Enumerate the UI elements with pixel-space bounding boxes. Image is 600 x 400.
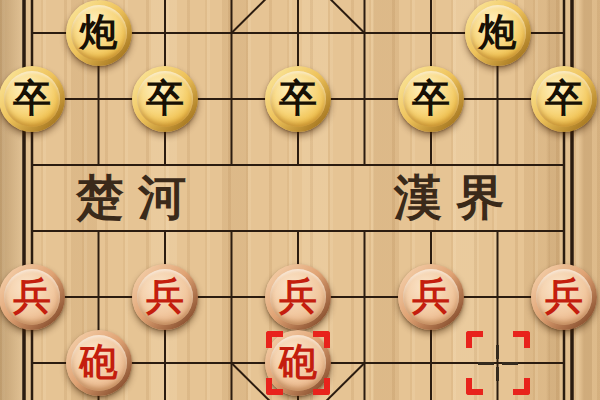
piece-glyph: 卒 bbox=[412, 79, 450, 117]
piece-glyph: 卒 bbox=[146, 79, 184, 117]
piece-glyph: 兵 bbox=[13, 277, 51, 315]
piece-face: 炮 bbox=[71, 5, 127, 61]
piece-black-cannon[interactable]: 炮 bbox=[465, 0, 531, 66]
piece-black-soldier[interactable]: 卒 bbox=[0, 66, 65, 132]
piece-face: 卒 bbox=[270, 71, 326, 127]
piece-red-soldier[interactable]: 兵 bbox=[0, 264, 65, 330]
piece-glyph: 卒 bbox=[13, 79, 51, 117]
piece-red-soldier[interactable]: 兵 bbox=[265, 264, 331, 330]
piece-face: 卒 bbox=[536, 71, 592, 127]
piece-black-soldier[interactable]: 卒 bbox=[132, 66, 198, 132]
piece-face: 兵 bbox=[270, 269, 326, 325]
piece-face: 卒 bbox=[137, 71, 193, 127]
piece-red-cannon[interactable]: 砲 bbox=[265, 330, 331, 396]
piece-glyph: 卒 bbox=[279, 79, 317, 117]
piece-red-soldier[interactable]: 兵 bbox=[132, 264, 198, 330]
piece-face: 卒 bbox=[4, 71, 60, 127]
piece-glyph: 炮 bbox=[479, 13, 517, 51]
piece-face: 卒 bbox=[403, 71, 459, 127]
piece-glyph: 卒 bbox=[545, 79, 583, 117]
piece-face: 兵 bbox=[4, 269, 60, 325]
river-label-chu-he: 楚河 bbox=[76, 166, 200, 230]
piece-red-cannon[interactable]: 砲 bbox=[66, 330, 132, 396]
piece-face: 砲 bbox=[270, 335, 326, 391]
piece-black-soldier[interactable]: 卒 bbox=[531, 66, 597, 132]
piece-face: 兵 bbox=[536, 269, 592, 325]
piece-glyph: 兵 bbox=[279, 277, 317, 315]
piece-glyph: 兵 bbox=[545, 277, 583, 315]
piece-black-soldier[interactable]: 卒 bbox=[398, 66, 464, 132]
piece-glyph: 炮 bbox=[80, 13, 118, 51]
piece-face: 兵 bbox=[137, 269, 193, 325]
piece-face: 炮 bbox=[470, 5, 526, 61]
piece-black-soldier[interactable]: 卒 bbox=[265, 66, 331, 132]
piece-glyph: 砲 bbox=[279, 343, 317, 381]
piece-red-soldier[interactable]: 兵 bbox=[531, 264, 597, 330]
piece-black-cannon[interactable]: 炮 bbox=[66, 0, 132, 66]
river-label-han-jie: 漢界 bbox=[394, 166, 518, 230]
piece-face: 兵 bbox=[403, 269, 459, 325]
piece-face: 砲 bbox=[71, 335, 127, 391]
piece-glyph: 兵 bbox=[146, 277, 184, 315]
piece-glyph: 兵 bbox=[412, 277, 450, 315]
xiangqi-board: 楚河 漢界 炮炮卒卒卒卒卒兵兵兵兵兵砲砲 bbox=[0, 0, 600, 400]
piece-red-soldier[interactable]: 兵 bbox=[398, 264, 464, 330]
piece-glyph: 砲 bbox=[80, 343, 118, 381]
